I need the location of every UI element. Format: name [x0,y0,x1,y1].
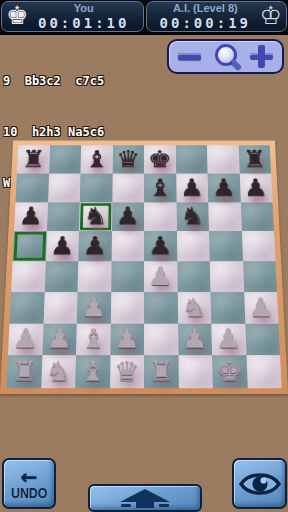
zoom-in-button[interactable] [250,45,273,68]
square-f3[interactable]: ♞ [177,292,211,323]
square-f5[interactable] [176,231,209,261]
square-c3[interactable]: ♟ [77,292,111,323]
player-name: You [74,3,94,14]
zoom-panel [167,39,284,74]
square-f2[interactable]: ♟ [178,323,212,355]
square-e5[interactable]: ♟ [144,231,177,261]
square-c8[interactable]: ♝ [80,145,112,173]
square-h8[interactable]: ♜ [238,145,271,173]
square-h4[interactable] [243,261,277,292]
square-g5[interactable] [209,231,243,261]
piece-black-pawn[interactable]: ♟ [243,176,268,200]
square-d2[interactable]: ♟ [110,323,144,355]
square-f4[interactable] [177,261,211,292]
piece-white-knight[interactable]: ♞ [45,358,72,385]
player-clock: 00:01:10 [38,15,129,31]
square-e6[interactable] [144,202,176,231]
square-e8[interactable]: ♚ [144,145,176,173]
piece-black-pawn[interactable]: ♟ [18,204,43,228]
piece-black-pawn[interactable]: ♟ [148,234,173,259]
square-g8[interactable] [207,145,239,173]
ai-name: A.I. (Level 8) [173,3,238,14]
square-f1[interactable] [178,355,213,388]
zoom-out-button[interactable] [178,53,201,60]
square-c4[interactable] [78,261,112,292]
piece-white-pawn[interactable]: ♟ [46,326,72,353]
square-h5[interactable] [241,231,275,261]
square-b4[interactable] [44,261,78,292]
square-b7[interactable] [48,173,81,202]
square-c2[interactable]: ♝ [76,323,110,355]
player-clock-panel: ♚ You 00:01:10 [1,1,144,32]
chess-app: ♚ You 00:01:10 A.I. (Level 8) 00:00:19 ♔… [0,0,288,512]
square-b1[interactable]: ♞ [41,355,76,388]
square-f6[interactable]: ♞ [176,202,209,231]
piece-white-pawn[interactable]: ♟ [182,326,208,353]
ai-clock-panel: A.I. (Level 8) 00:00:19 ♔ [146,1,287,32]
piece-black-pawn[interactable]: ♟ [82,234,107,259]
piece-white-pawn[interactable]: ♟ [12,326,39,353]
square-f8[interactable] [175,145,207,173]
square-d5[interactable] [111,231,144,261]
up-arrow-icon [120,489,170,502]
magnifier-icon [215,44,237,66]
piece-white-king[interactable]: ♚ [216,358,243,385]
square-h6[interactable] [240,202,274,231]
square-b2[interactable]: ♟ [42,323,77,355]
piece-black-rook[interactable]: ♜ [21,148,46,171]
piece-white-pawn[interactable]: ♟ [215,326,241,353]
square-h2[interactable] [245,323,280,355]
undo-button[interactable]: ← UNDO [2,458,56,509]
square-d7[interactable] [112,173,144,202]
piece-black-pawn[interactable]: ♟ [116,204,140,228]
square-c7[interactable] [80,173,112,202]
square-e7[interactable]: ♝ [144,173,176,202]
square-f7[interactable]: ♟ [176,173,208,202]
ai-clock: 00:00:19 [160,15,251,31]
move-line-2: 10 h2h3 Na5c6 [3,124,104,141]
square-b3[interactable] [43,292,77,323]
square-e3[interactable] [144,292,178,323]
piece-white-rook[interactable]: ♜ [11,358,38,385]
square-b5[interactable]: ♟ [45,231,79,261]
square-g1[interactable]: ♚ [212,355,247,388]
piece-white-knight[interactable]: ♞ [181,294,207,320]
piece-black-knight[interactable]: ♞ [180,204,205,228]
piece-white-rook[interactable]: ♜ [148,358,174,385]
square-a5[interactable] [13,231,47,261]
square-g3[interactable] [210,292,244,323]
square-g6[interactable] [208,202,241,231]
square-a3[interactable] [9,292,44,323]
square-d4[interactable] [111,261,144,292]
piece-white-bishop[interactable]: ♝ [79,358,105,385]
square-g4[interactable] [210,261,244,292]
board-squares: ♜♝♛♚♜♝♟♟♟♟♞♟♞♟♟♟♟♟♞♟♟♟♝♟♟♟♜♞♝♛♜♚ [6,145,281,388]
square-a2[interactable]: ♟ [8,323,43,355]
chess-board: ♜♝♛♚♜♝♟♟♟♟♞♟♞♟♟♟♟♟♞♟♟♟♝♟♟♟♜♞♝♛♜♚ [0,141,288,394]
black-king-icon: ♔ [260,3,282,28]
square-c1[interactable]: ♝ [75,355,110,388]
square-c5[interactable]: ♟ [78,231,111,261]
square-c6[interactable]: ♞ [79,202,112,231]
board-frame: ♜♝♛♚♜♝♟♟♟♟♞♟♞♟♟♟♟♟♞♟♟♟♝♟♟♟♜♞♝♛♜♚ [0,141,288,394]
square-h3[interactable]: ♟ [244,292,279,323]
piece-black-bishop[interactable]: ♝ [148,176,172,200]
square-h1[interactable] [246,355,282,388]
square-a6[interactable]: ♟ [14,202,48,231]
undo-label: UNDO [11,484,47,500]
piece-black-pawn[interactable]: ♟ [180,176,205,200]
piece-black-rook[interactable]: ♜ [242,148,267,171]
piece-white-pawn[interactable]: ♟ [148,264,173,290]
square-d8[interactable]: ♛ [112,145,144,173]
square-a4[interactable] [11,261,45,292]
move-line-1: 9 Bb3c2 c7c5 [3,73,104,90]
square-b6[interactable] [47,202,80,231]
piece-white-queen[interactable]: ♛ [114,358,140,385]
top-bar: ♚ You 00:01:10 A.I. (Level 8) 00:00:19 ♔ [0,0,288,35]
undo-arrow-icon: ← [21,468,38,486]
eye-icon [239,469,281,499]
square-g7[interactable]: ♟ [208,173,241,202]
piece-black-pawn[interactable]: ♟ [50,234,75,259]
forward-button[interactable] [88,484,202,512]
piece-white-pawn[interactable]: ♟ [81,294,107,320]
square-d1[interactable]: ♛ [110,355,144,388]
square-h7[interactable]: ♟ [239,173,272,202]
white-king-icon: ♚ [6,3,28,28]
piece-white-pawn[interactable]: ♟ [248,294,274,320]
square-e1[interactable]: ♜ [144,355,178,388]
piece-black-bishop[interactable]: ♝ [84,148,108,171]
view-button[interactable] [232,458,287,509]
square-a7[interactable] [15,173,48,202]
square-a1[interactable]: ♜ [6,355,42,388]
piece-black-queen[interactable]: ♛ [116,148,140,171]
square-a8[interactable]: ♜ [17,145,50,173]
magnifier-handle [229,58,241,70]
piece-white-bishop[interactable]: ♝ [80,326,106,353]
square-b8[interactable] [49,145,81,173]
piece-black-pawn[interactable]: ♟ [212,176,237,200]
square-d6[interactable]: ♟ [112,202,144,231]
square-e4[interactable]: ♟ [144,261,177,292]
piece-black-king[interactable]: ♚ [148,148,172,171]
piece-black-knight[interactable]: ♞ [83,204,108,228]
square-g2[interactable]: ♟ [211,323,246,355]
square-e2[interactable] [144,323,178,355]
square-d3[interactable] [110,292,144,323]
piece-white-pawn[interactable]: ♟ [114,326,140,353]
